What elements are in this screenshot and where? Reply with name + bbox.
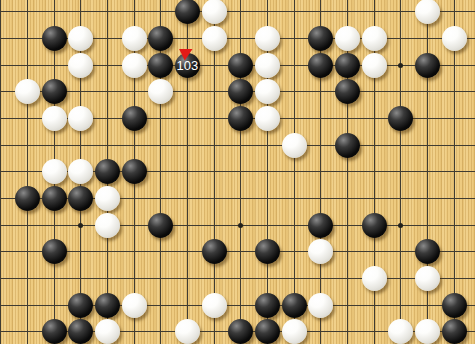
white-stone[interactable] (15, 79, 40, 104)
white-stone[interactable] (308, 293, 333, 318)
white-stone[interactable] (68, 26, 93, 51)
white-stone[interactable] (95, 213, 120, 238)
white-stone[interactable] (282, 319, 307, 344)
white-stone[interactable] (362, 53, 387, 78)
star-point (78, 223, 83, 228)
white-stone[interactable] (68, 106, 93, 131)
white-stone[interactable] (255, 79, 280, 104)
grid-horizontal-line (0, 251, 475, 252)
white-stone[interactable] (95, 319, 120, 344)
black-stone[interactable] (148, 53, 173, 78)
black-stone[interactable] (68, 293, 93, 318)
white-stone[interactable] (122, 26, 147, 51)
black-stone[interactable]: 103 (175, 53, 200, 78)
black-stone[interactable] (362, 213, 387, 238)
go-board[interactable]: 103 (0, 0, 475, 344)
white-stone[interactable] (42, 159, 67, 184)
black-stone[interactable] (42, 79, 67, 104)
black-stone[interactable] (42, 26, 67, 51)
white-stone[interactable] (122, 293, 147, 318)
white-stone[interactable] (202, 293, 227, 318)
black-stone[interactable] (42, 186, 67, 211)
black-stone[interactable] (202, 239, 227, 264)
white-stone[interactable] (95, 186, 120, 211)
black-stone[interactable] (335, 133, 360, 158)
black-stone[interactable] (228, 106, 253, 131)
grid-horizontal-line (0, 278, 475, 279)
black-stone[interactable] (442, 293, 467, 318)
black-stone[interactable] (68, 319, 93, 344)
white-stone[interactable] (255, 53, 280, 78)
black-stone[interactable] (228, 319, 253, 344)
black-stone[interactable] (308, 53, 333, 78)
grid-horizontal-line (0, 11, 475, 12)
white-stone[interactable] (335, 26, 360, 51)
black-stone[interactable] (148, 26, 173, 51)
black-stone[interactable] (95, 159, 120, 184)
black-stone[interactable] (442, 319, 467, 344)
black-stone[interactable] (308, 213, 333, 238)
black-stone[interactable] (15, 186, 40, 211)
black-stone[interactable] (415, 239, 440, 264)
white-stone[interactable] (308, 239, 333, 264)
white-stone[interactable] (415, 266, 440, 291)
star-point (398, 63, 403, 68)
star-point (398, 223, 403, 228)
black-stone[interactable] (228, 79, 253, 104)
white-stone[interactable] (68, 53, 93, 78)
black-stone[interactable] (335, 79, 360, 104)
white-stone[interactable] (175, 319, 200, 344)
black-stone[interactable] (42, 319, 67, 344)
white-stone[interactable] (255, 26, 280, 51)
black-stone[interactable] (42, 239, 67, 264)
black-stone[interactable] (95, 293, 120, 318)
white-stone[interactable] (255, 106, 280, 131)
white-stone[interactable] (415, 0, 440, 24)
white-stone[interactable] (122, 53, 147, 78)
black-stone[interactable] (148, 213, 173, 238)
white-stone[interactable] (148, 79, 173, 104)
star-point (238, 223, 243, 228)
black-stone[interactable] (228, 53, 253, 78)
black-stone[interactable] (122, 106, 147, 131)
black-stone[interactable] (68, 186, 93, 211)
white-stone[interactable] (42, 106, 67, 131)
white-stone[interactable] (282, 133, 307, 158)
black-stone[interactable] (255, 319, 280, 344)
black-stone[interactable] (255, 293, 280, 318)
white-stone[interactable] (388, 319, 413, 344)
black-stone[interactable] (388, 106, 413, 131)
white-stone[interactable] (202, 26, 227, 51)
white-stone[interactable] (202, 0, 227, 24)
black-stone[interactable] (175, 0, 200, 24)
black-stone[interactable] (122, 159, 147, 184)
move-number-label: 103 (175, 53, 200, 78)
white-stone[interactable] (415, 319, 440, 344)
white-stone[interactable] (362, 266, 387, 291)
black-stone[interactable] (308, 26, 333, 51)
black-stone[interactable] (255, 239, 280, 264)
white-stone[interactable] (68, 159, 93, 184)
black-stone[interactable] (415, 53, 440, 78)
white-stone[interactable] (362, 26, 387, 51)
black-stone[interactable] (335, 53, 360, 78)
grid-horizontal-line (0, 145, 475, 146)
white-stone[interactable] (442, 26, 467, 51)
black-stone[interactable] (282, 293, 307, 318)
